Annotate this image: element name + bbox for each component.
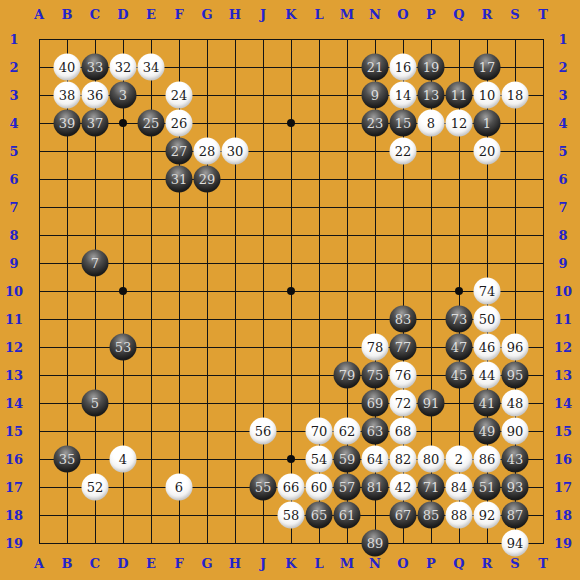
intersection-B13[interactable] xyxy=(53,361,81,389)
intersection-Q7[interactable] xyxy=(445,193,473,221)
intersection-F19[interactable] xyxy=(165,529,193,557)
intersection-E13[interactable] xyxy=(137,361,165,389)
intersection-M3[interactable] xyxy=(333,81,361,109)
stone-black-63: 63 xyxy=(362,418,389,445)
intersection-F11[interactable] xyxy=(165,305,193,333)
intersection-C15[interactable] xyxy=(81,417,109,445)
intersection-C6[interactable] xyxy=(81,165,109,193)
intersection-G1[interactable] xyxy=(193,25,221,53)
intersection-T2[interactable] xyxy=(529,53,557,81)
intersection-T4[interactable] xyxy=(529,109,557,137)
intersection-K14[interactable] xyxy=(277,389,305,417)
intersection-T12[interactable] xyxy=(529,333,557,361)
intersection-O19[interactable] xyxy=(389,529,417,557)
intersection-D11[interactable] xyxy=(109,305,137,333)
intersection-F13[interactable] xyxy=(165,361,193,389)
intersection-L8[interactable] xyxy=(305,221,333,249)
coord-label-right-17: 17 xyxy=(554,480,572,495)
intersection-K15[interactable] xyxy=(277,417,305,445)
intersection-J16[interactable] xyxy=(249,445,277,473)
stone-white-50: 50 xyxy=(474,306,501,333)
intersection-B17[interactable] xyxy=(53,473,81,501)
intersection-S9[interactable] xyxy=(501,249,529,277)
intersection-K4[interactable] xyxy=(277,109,305,137)
intersection-O6[interactable] xyxy=(389,165,417,193)
stone-black-43: 43 xyxy=(502,446,529,473)
intersection-N1[interactable] xyxy=(361,25,389,53)
intersection-F18[interactable] xyxy=(165,501,193,529)
intersection-Q6[interactable] xyxy=(445,165,473,193)
coord-label-top-M: M xyxy=(340,7,354,22)
intersection-E16[interactable] xyxy=(137,445,165,473)
intersection-T8[interactable] xyxy=(529,221,557,249)
intersection-D14[interactable] xyxy=(109,389,137,417)
intersection-E8[interactable] xyxy=(137,221,165,249)
intersection-M6[interactable] xyxy=(333,165,361,193)
stone-white-76: 76 xyxy=(390,362,417,389)
intersection-C12[interactable] xyxy=(81,333,109,361)
intersection-T9[interactable] xyxy=(529,249,557,277)
intersection-M12[interactable] xyxy=(333,333,361,361)
intersection-A14[interactable] xyxy=(25,389,53,417)
intersection-A3[interactable] xyxy=(25,81,53,109)
coord-label-top-R: R xyxy=(482,7,493,22)
intersection-E7[interactable] xyxy=(137,193,165,221)
intersection-L4[interactable] xyxy=(305,109,333,137)
intersection-C1[interactable] xyxy=(81,25,109,53)
intersection-Q9[interactable] xyxy=(445,249,473,277)
intersection-M14[interactable] xyxy=(333,389,361,417)
intersection-Q8[interactable] xyxy=(445,221,473,249)
intersection-J9[interactable] xyxy=(249,249,277,277)
intersection-K19[interactable] xyxy=(277,529,305,557)
intersection-B6[interactable] xyxy=(53,165,81,193)
intersection-D6[interactable] xyxy=(109,165,137,193)
intersection-A15[interactable] xyxy=(25,417,53,445)
intersection-Q19[interactable] xyxy=(445,529,473,557)
intersection-M10[interactable] xyxy=(333,277,361,305)
intersection-N6[interactable] xyxy=(361,165,389,193)
intersection-T16[interactable] xyxy=(529,445,557,473)
intersection-P10[interactable] xyxy=(417,277,445,305)
coord-label-right-10: 10 xyxy=(554,284,572,299)
intersection-H15[interactable] xyxy=(221,417,249,445)
intersection-H3[interactable] xyxy=(221,81,249,109)
intersection-A11[interactable] xyxy=(25,305,53,333)
intersection-T15[interactable] xyxy=(529,417,557,445)
stone-white-66: 66 xyxy=(278,474,305,501)
intersection-A1[interactable] xyxy=(25,25,53,53)
intersection-T1[interactable] xyxy=(529,25,557,53)
intersection-J2[interactable] xyxy=(249,53,277,81)
intersection-P8[interactable] xyxy=(417,221,445,249)
intersection-E1[interactable] xyxy=(137,25,165,53)
coord-label-right-1: 1 xyxy=(558,32,567,47)
intersection-T17[interactable] xyxy=(529,473,557,501)
intersection-K16[interactable] xyxy=(277,445,305,473)
intersection-N8[interactable] xyxy=(361,221,389,249)
stone-white-70: 70 xyxy=(306,418,333,445)
intersection-E3[interactable] xyxy=(137,81,165,109)
intersection-P11[interactable] xyxy=(417,305,445,333)
intersection-P15[interactable] xyxy=(417,417,445,445)
intersection-L9[interactable] xyxy=(305,249,333,277)
intersection-R9[interactable] xyxy=(473,249,501,277)
intersection-L19[interactable] xyxy=(305,529,333,557)
intersection-B11[interactable] xyxy=(53,305,81,333)
intersection-F12[interactable] xyxy=(165,333,193,361)
intersection-G3[interactable] xyxy=(193,81,221,109)
intersection-C8[interactable] xyxy=(81,221,109,249)
intersection-F14[interactable] xyxy=(165,389,193,417)
intersection-O10[interactable] xyxy=(389,277,417,305)
intersection-E10[interactable] xyxy=(137,277,165,305)
intersection-T13[interactable] xyxy=(529,361,557,389)
stone-black-49: 49 xyxy=(474,418,501,445)
intersection-T7[interactable] xyxy=(529,193,557,221)
intersection-J6[interactable] xyxy=(249,165,277,193)
intersection-B19[interactable] xyxy=(53,529,81,557)
intersection-E6[interactable] xyxy=(137,165,165,193)
intersection-F10[interactable] xyxy=(165,277,193,305)
intersection-N11[interactable] xyxy=(361,305,389,333)
intersection-J7[interactable] xyxy=(249,193,277,221)
intersection-C18[interactable] xyxy=(81,501,109,529)
intersection-E18[interactable] xyxy=(137,501,165,529)
intersection-A10[interactable] xyxy=(25,277,53,305)
intersection-P9[interactable] xyxy=(417,249,445,277)
intersection-D1[interactable] xyxy=(109,25,137,53)
stone-black-61: 61 xyxy=(334,502,361,529)
intersection-E17[interactable] xyxy=(137,473,165,501)
intersection-H8[interactable] xyxy=(221,221,249,249)
intersection-L14[interactable] xyxy=(305,389,333,417)
intersection-Q14[interactable] xyxy=(445,389,473,417)
coord-label-bottom-F: F xyxy=(174,556,183,571)
intersection-C19[interactable] xyxy=(81,529,109,557)
intersection-K8[interactable] xyxy=(277,221,305,249)
intersection-D8[interactable] xyxy=(109,221,137,249)
intersection-S2[interactable] xyxy=(501,53,529,81)
intersection-L2[interactable] xyxy=(305,53,333,81)
intersection-S6[interactable] xyxy=(501,165,529,193)
intersection-F2[interactable] xyxy=(165,53,193,81)
intersection-N7[interactable] xyxy=(361,193,389,221)
intersection-J13[interactable] xyxy=(249,361,277,389)
intersection-K5[interactable] xyxy=(277,137,305,165)
coord-label-left-8: 8 xyxy=(9,228,18,243)
intersection-H14[interactable] xyxy=(221,389,249,417)
intersection-L1[interactable] xyxy=(305,25,333,53)
intersection-N9[interactable] xyxy=(361,249,389,277)
intersection-J4[interactable] xyxy=(249,109,277,137)
intersection-F16[interactable] xyxy=(165,445,193,473)
intersection-T11[interactable] xyxy=(529,305,557,333)
intersection-H9[interactable] xyxy=(221,249,249,277)
intersection-D10[interactable] xyxy=(109,277,137,305)
intersection-J18[interactable] xyxy=(249,501,277,529)
intersection-E11[interactable] xyxy=(137,305,165,333)
intersection-F9[interactable] xyxy=(165,249,193,277)
stone-black-15: 15 xyxy=(390,110,417,137)
intersection-G13[interactable] xyxy=(193,361,221,389)
intersection-M5[interactable] xyxy=(333,137,361,165)
intersection-A4[interactable] xyxy=(25,109,53,137)
intersection-J3[interactable] xyxy=(249,81,277,109)
stone-white-16: 16 xyxy=(390,54,417,81)
intersection-N10[interactable] xyxy=(361,277,389,305)
intersection-O7[interactable] xyxy=(389,193,417,221)
intersection-H13[interactable] xyxy=(221,361,249,389)
intersection-T6[interactable] xyxy=(529,165,557,193)
intersection-D5[interactable] xyxy=(109,137,137,165)
intersection-G18[interactable] xyxy=(193,501,221,529)
intersection-K11[interactable] xyxy=(277,305,305,333)
intersection-R8[interactable] xyxy=(473,221,501,249)
intersection-K3[interactable] xyxy=(277,81,305,109)
intersection-K1[interactable] xyxy=(277,25,305,53)
intersection-C5[interactable] xyxy=(81,137,109,165)
intersection-K13[interactable] xyxy=(277,361,305,389)
intersection-H1[interactable] xyxy=(221,25,249,53)
coord-label-right-5: 5 xyxy=(558,144,567,159)
intersection-J1[interactable] xyxy=(249,25,277,53)
intersection-D18[interactable] xyxy=(109,501,137,529)
intersection-B10[interactable] xyxy=(53,277,81,305)
intersection-H19[interactable] xyxy=(221,529,249,557)
intersection-J19[interactable] xyxy=(249,529,277,557)
intersection-D4[interactable] xyxy=(109,109,137,137)
intersection-C13[interactable] xyxy=(81,361,109,389)
stone-white-30: 30 xyxy=(222,138,249,165)
intersection-T3[interactable] xyxy=(529,81,557,109)
intersection-G11[interactable] xyxy=(193,305,221,333)
intersection-C16[interactable] xyxy=(81,445,109,473)
intersection-H7[interactable] xyxy=(221,193,249,221)
intersection-A5[interactable] xyxy=(25,137,53,165)
intersection-B14[interactable] xyxy=(53,389,81,417)
stone-black-47: 47 xyxy=(446,334,473,361)
intersection-Q2[interactable] xyxy=(445,53,473,81)
intersection-A12[interactable] xyxy=(25,333,53,361)
intersection-A7[interactable] xyxy=(25,193,53,221)
stone-white-26: 26 xyxy=(166,110,193,137)
intersection-G4[interactable] xyxy=(193,109,221,137)
intersection-G12[interactable] xyxy=(193,333,221,361)
coord-label-top-D: D xyxy=(117,7,128,22)
intersection-N18[interactable] xyxy=(361,501,389,529)
intersection-F1[interactable] xyxy=(165,25,193,53)
intersection-G16[interactable] xyxy=(193,445,221,473)
intersection-A2[interactable] xyxy=(25,53,53,81)
intersection-G19[interactable] xyxy=(193,529,221,557)
intersection-L7[interactable] xyxy=(305,193,333,221)
intersection-S1[interactable] xyxy=(501,25,529,53)
coord-label-top-P: P xyxy=(426,7,436,22)
intersection-M11[interactable] xyxy=(333,305,361,333)
intersection-P7[interactable] xyxy=(417,193,445,221)
intersection-H2[interactable] xyxy=(221,53,249,81)
stone-black-13: 13 xyxy=(418,82,445,109)
intersection-D13[interactable] xyxy=(109,361,137,389)
intersection-B15[interactable] xyxy=(53,417,81,445)
intersection-C11[interactable] xyxy=(81,305,109,333)
intersection-L13[interactable] xyxy=(305,361,333,389)
intersection-H16[interactable] xyxy=(221,445,249,473)
intersection-P1[interactable] xyxy=(417,25,445,53)
intersection-F15[interactable] xyxy=(165,417,193,445)
intersection-H12[interactable] xyxy=(221,333,249,361)
intersection-E19[interactable] xyxy=(137,529,165,557)
intersection-F7[interactable] xyxy=(165,193,193,221)
intersection-D17[interactable] xyxy=(109,473,137,501)
intersection-L6[interactable] xyxy=(305,165,333,193)
intersection-K6[interactable] xyxy=(277,165,305,193)
intersection-C7[interactable] xyxy=(81,193,109,221)
intersection-G7[interactable] xyxy=(193,193,221,221)
intersection-Q1[interactable] xyxy=(445,25,473,53)
intersection-M7[interactable] xyxy=(333,193,361,221)
intersection-E14[interactable] xyxy=(137,389,165,417)
intersection-T10[interactable] xyxy=(529,277,557,305)
stone-black-41: 41 xyxy=(474,390,501,417)
intersection-T19[interactable] xyxy=(529,529,557,557)
intersection-P19[interactable] xyxy=(417,529,445,557)
intersection-K10[interactable] xyxy=(277,277,305,305)
intersection-S8[interactable] xyxy=(501,221,529,249)
intersection-G9[interactable] xyxy=(193,249,221,277)
intersection-L3[interactable] xyxy=(305,81,333,109)
intersection-Q10[interactable] xyxy=(445,277,473,305)
intersection-L5[interactable] xyxy=(305,137,333,165)
intersection-Q5[interactable] xyxy=(445,137,473,165)
intersection-H11[interactable] xyxy=(221,305,249,333)
intersection-F8[interactable] xyxy=(165,221,193,249)
intersection-L10[interactable] xyxy=(305,277,333,305)
intersection-H6[interactable] xyxy=(221,165,249,193)
intersection-D7[interactable] xyxy=(109,193,137,221)
stone-black-69: 69 xyxy=(362,390,389,417)
intersection-K9[interactable] xyxy=(277,249,305,277)
intersection-O9[interactable] xyxy=(389,249,417,277)
intersection-G14[interactable] xyxy=(193,389,221,417)
intersection-B5[interactable] xyxy=(53,137,81,165)
intersection-B1[interactable] xyxy=(53,25,81,53)
intersection-D15[interactable] xyxy=(109,417,137,445)
intersection-T14[interactable] xyxy=(529,389,557,417)
intersection-J12[interactable] xyxy=(249,333,277,361)
intersection-P13[interactable] xyxy=(417,361,445,389)
intersection-N5[interactable] xyxy=(361,137,389,165)
intersection-C10[interactable] xyxy=(81,277,109,305)
intersection-G15[interactable] xyxy=(193,417,221,445)
intersection-B18[interactable] xyxy=(53,501,81,529)
intersection-H4[interactable] xyxy=(221,109,249,137)
intersection-J11[interactable] xyxy=(249,305,277,333)
intersection-K2[interactable] xyxy=(277,53,305,81)
intersection-S7[interactable] xyxy=(501,193,529,221)
intersection-E12[interactable] xyxy=(137,333,165,361)
intersection-B12[interactable] xyxy=(53,333,81,361)
coord-label-top-O: O xyxy=(397,7,408,22)
intersection-M19[interactable] xyxy=(333,529,361,557)
intersection-A16[interactable] xyxy=(25,445,53,473)
intersection-R19[interactable] xyxy=(473,529,501,557)
intersection-K7[interactable] xyxy=(277,193,305,221)
stone-white-18: 18 xyxy=(502,82,529,109)
intersection-J8[interactable] xyxy=(249,221,277,249)
intersection-G10[interactable] xyxy=(193,277,221,305)
coord-label-left-19: 19 xyxy=(5,536,23,551)
coord-label-bottom-K: K xyxy=(285,556,296,571)
intersection-S11[interactable] xyxy=(501,305,529,333)
intersection-J10[interactable] xyxy=(249,277,277,305)
intersection-G2[interactable] xyxy=(193,53,221,81)
intersection-P6[interactable] xyxy=(417,165,445,193)
intersection-P5[interactable] xyxy=(417,137,445,165)
intersection-B9[interactable] xyxy=(53,249,81,277)
intersection-A19[interactable] xyxy=(25,529,53,557)
intersection-S10[interactable] xyxy=(501,277,529,305)
intersection-A9[interactable] xyxy=(25,249,53,277)
intersection-L12[interactable] xyxy=(305,333,333,361)
intersection-T5[interactable] xyxy=(529,137,557,165)
coord-label-bottom-N: N xyxy=(369,556,381,571)
intersection-K12[interactable] xyxy=(277,333,305,361)
intersection-Q15[interactable] xyxy=(445,417,473,445)
intersection-P12[interactable] xyxy=(417,333,445,361)
intersection-A8[interactable] xyxy=(25,221,53,249)
intersection-S5[interactable] xyxy=(501,137,529,165)
intersection-S4[interactable] xyxy=(501,109,529,137)
intersection-L11[interactable] xyxy=(305,305,333,333)
intersection-A13[interactable] xyxy=(25,361,53,389)
intersection-O8[interactable] xyxy=(389,221,417,249)
intersection-G8[interactable] xyxy=(193,221,221,249)
intersection-H10[interactable] xyxy=(221,277,249,305)
intersection-J5[interactable] xyxy=(249,137,277,165)
intersection-E5[interactable] xyxy=(137,137,165,165)
intersection-R6[interactable] xyxy=(473,165,501,193)
intersection-E15[interactable] xyxy=(137,417,165,445)
stone-black-19: 19 xyxy=(418,54,445,81)
intersection-G17[interactable] xyxy=(193,473,221,501)
intersection-R1[interactable] xyxy=(473,25,501,53)
intersection-D19[interactable] xyxy=(109,529,137,557)
intersection-B7[interactable] xyxy=(53,193,81,221)
intersection-O1[interactable] xyxy=(389,25,417,53)
stone-black-89: 89 xyxy=(362,530,389,557)
intersection-M1[interactable] xyxy=(333,25,361,53)
intersection-T18[interactable] xyxy=(529,501,557,529)
intersection-M9[interactable] xyxy=(333,249,361,277)
intersection-H18[interactable] xyxy=(221,501,249,529)
intersection-M8[interactable] xyxy=(333,221,361,249)
intersection-D9[interactable] xyxy=(109,249,137,277)
intersection-A18[interactable] xyxy=(25,501,53,529)
coord-label-right-3: 3 xyxy=(558,88,567,103)
intersection-E9[interactable] xyxy=(137,249,165,277)
intersection-M2[interactable] xyxy=(333,53,361,81)
intersection-A6[interactable] xyxy=(25,165,53,193)
intersection-M4[interactable] xyxy=(333,109,361,137)
intersection-H17[interactable] xyxy=(221,473,249,501)
intersection-A17[interactable] xyxy=(25,473,53,501)
intersection-R7[interactable] xyxy=(473,193,501,221)
stone-black-45: 45 xyxy=(446,362,473,389)
intersection-B8[interactable] xyxy=(53,221,81,249)
intersection-J14[interactable] xyxy=(249,389,277,417)
